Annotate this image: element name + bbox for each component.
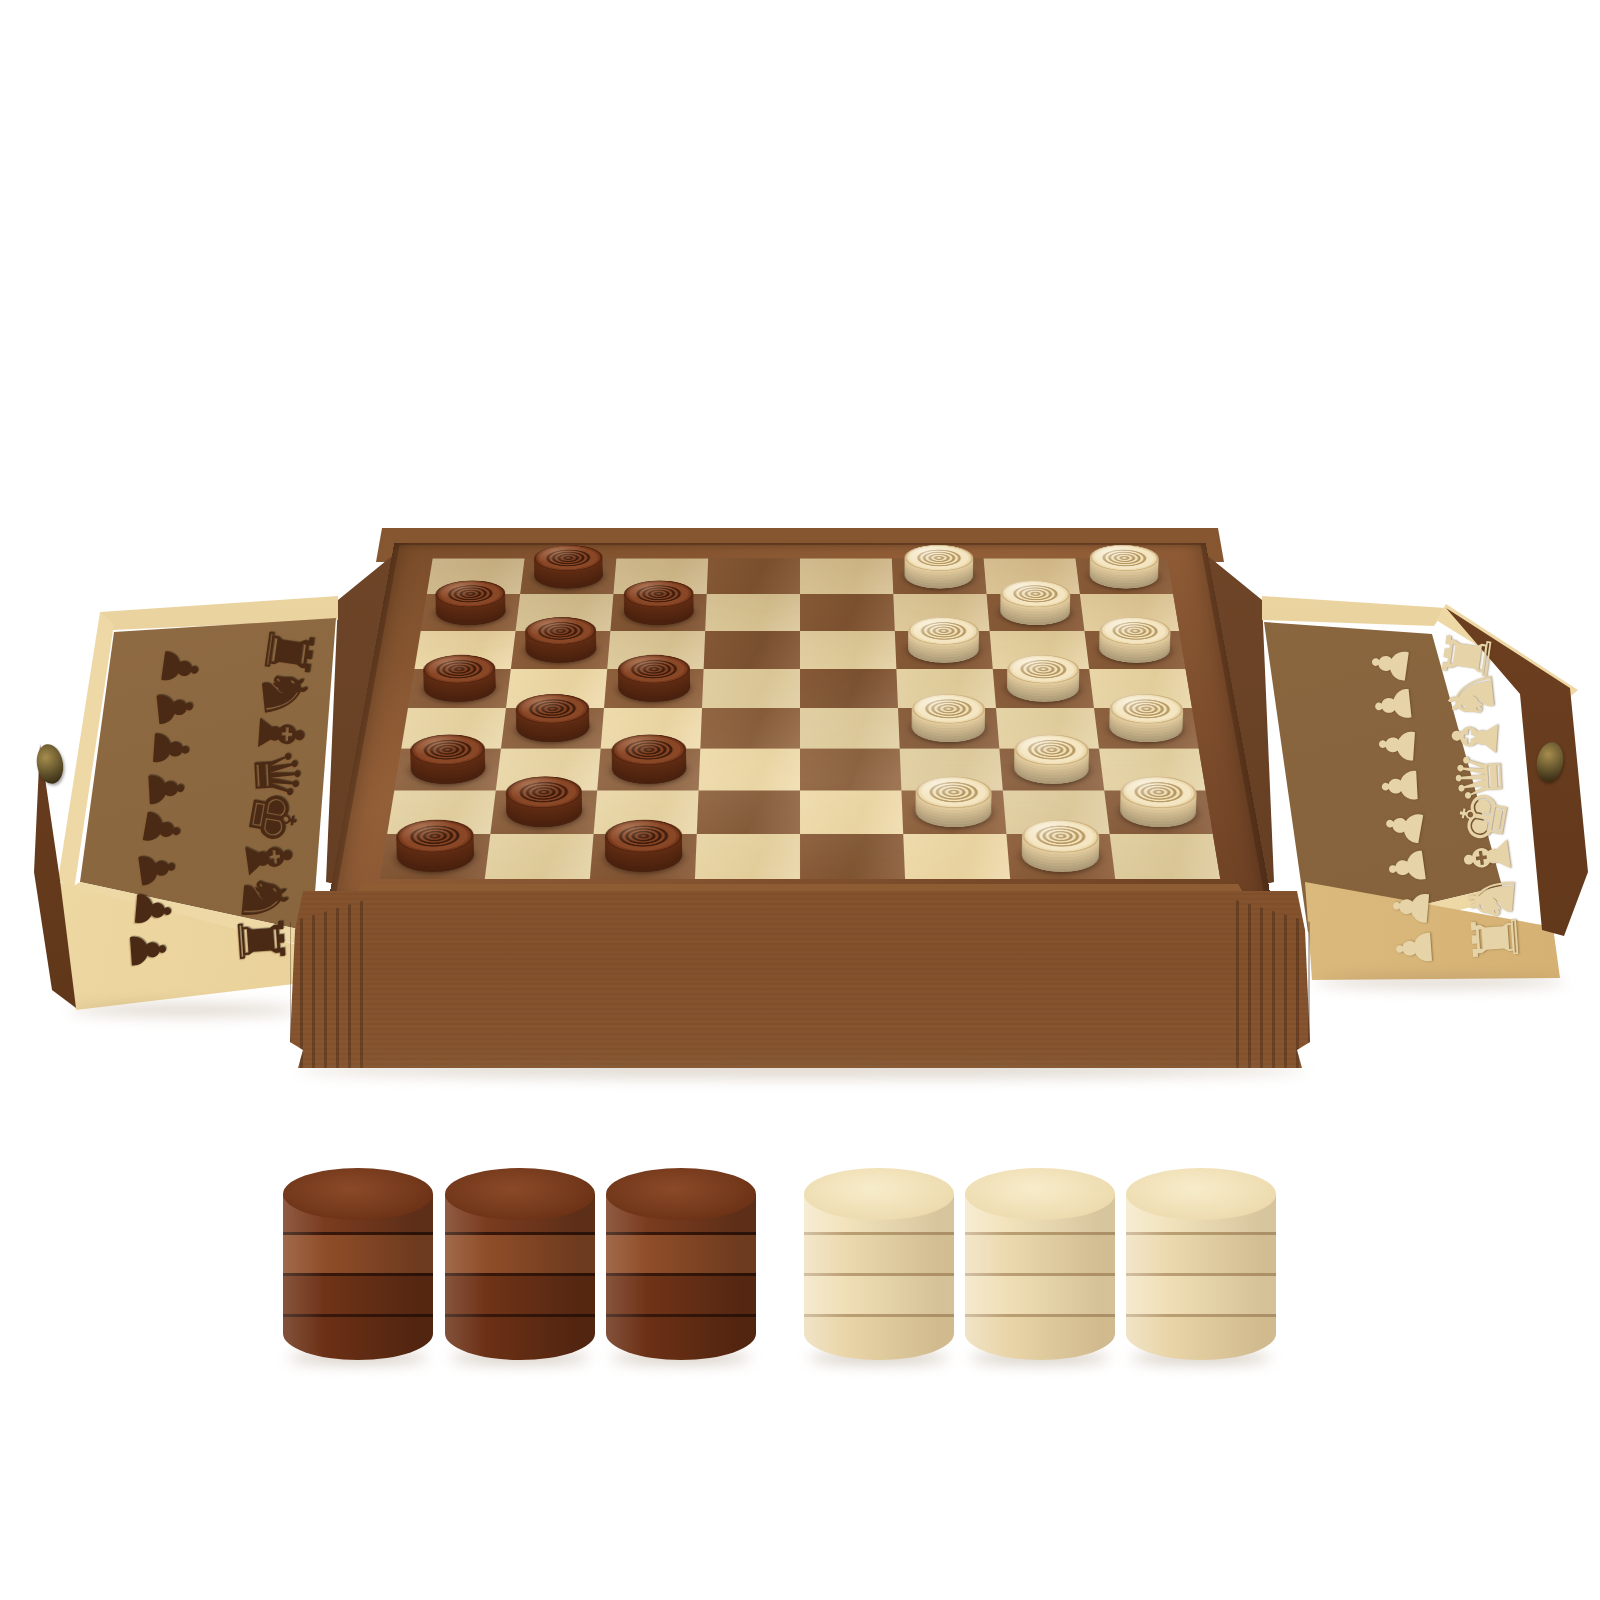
checker-stack-light-2[interactable] xyxy=(965,1168,1115,1360)
stack-top-checker xyxy=(965,1168,1115,1220)
stack-top-checker xyxy=(283,1168,433,1220)
stack-top-checker xyxy=(804,1168,954,1220)
checker-stack-light-3[interactable] xyxy=(1126,1168,1276,1360)
checker-stacks xyxy=(0,0,1600,1600)
checker-stack-light-1[interactable] xyxy=(804,1168,954,1360)
checker-stack-dark-1[interactable] xyxy=(283,1168,433,1360)
checker-stack-dark-3[interactable] xyxy=(606,1168,756,1360)
stack-top-checker xyxy=(445,1168,595,1220)
stack-top-checker xyxy=(606,1168,756,1220)
stack-top-checker xyxy=(1126,1168,1276,1220)
checker-stack-dark-2[interactable] xyxy=(445,1168,595,1360)
product-photo-stage: ♟♟♟♟♟♟♟♟♜♞♝♛♚♝♞♜ ♟♟♟♟♟♟♟♟♜♞♝♛♚♝♞♜ xyxy=(0,0,1600,1600)
